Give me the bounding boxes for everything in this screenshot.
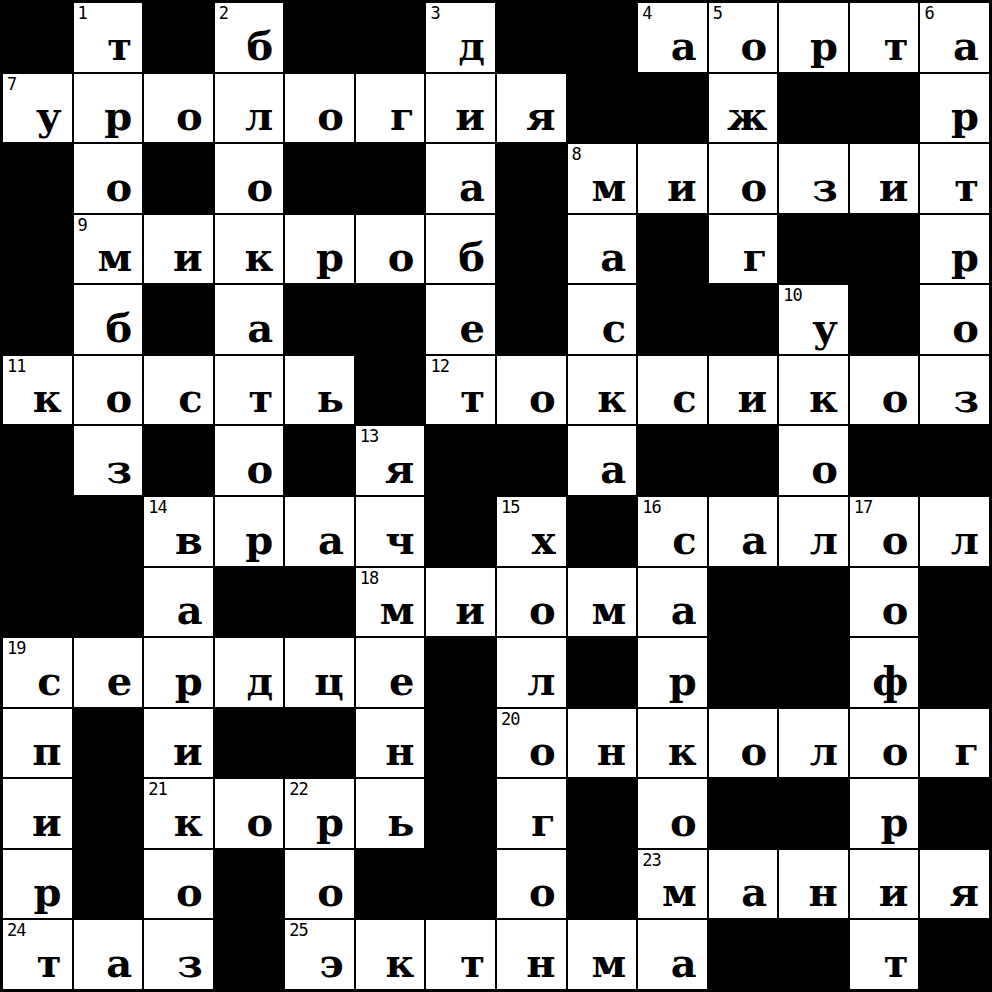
cell-letter: а	[318, 518, 344, 562]
black-cell-r7c8	[497, 426, 566, 495]
cell-letter: ь	[317, 376, 344, 420]
clue-number: 24	[7, 921, 25, 939]
cell-r8c4[interactable]: р	[215, 497, 284, 566]
black-cell-r4c8	[497, 215, 566, 284]
cell-r6c9[interactable]: к	[568, 356, 637, 425]
cell-r13c8[interactable]: о	[497, 850, 566, 919]
cell-r1c4[interactable]: 2б	[215, 3, 284, 72]
black-cell-r13c4	[215, 850, 284, 919]
cell-r2c4[interactable]: л	[215, 74, 284, 143]
black-cell-r14c14	[920, 920, 989, 989]
cell-r14c8[interactable]: н	[497, 920, 566, 989]
cell-r10c8[interactable]: л	[497, 638, 566, 707]
cell-r9c6[interactable]: 18м	[356, 568, 425, 637]
cell-letter: и	[173, 235, 203, 279]
black-cell-r14c12	[779, 920, 848, 989]
black-cell-r3c6	[356, 144, 425, 213]
crossword-board: 1т2б3д4а5орт6а7урологияжрооа8миозит9микр…	[0, 0, 992, 992]
cell-r14c6[interactable]: к	[356, 920, 425, 989]
black-cell-r4c10	[638, 215, 707, 284]
cell-r4c14[interactable]: р	[920, 215, 989, 284]
clue-number: 23	[642, 851, 660, 869]
cell-r9c8[interactable]: о	[497, 568, 566, 637]
black-cell-r13c2	[74, 850, 143, 919]
cell-r14c10[interactable]: а	[638, 920, 707, 989]
black-cell-r5c10	[638, 285, 707, 354]
cell-r8c6[interactable]: ч	[356, 497, 425, 566]
cell-r11c8[interactable]: 20о	[497, 709, 566, 778]
cell-letter: и	[879, 165, 909, 209]
cell-letter: л	[810, 729, 838, 773]
cell-r14c2[interactable]: а	[74, 920, 143, 989]
cell-r12c8[interactable]: г	[497, 779, 566, 848]
cell-letter: о	[882, 729, 909, 773]
cell-r4c11[interactable]: г	[709, 215, 778, 284]
cell-r2c2[interactable]: р	[74, 74, 143, 143]
cell-letter: е	[107, 659, 132, 703]
black-cell-r2c12	[779, 74, 848, 143]
cell-r11c6[interactable]: н	[356, 709, 425, 778]
cell-letter: о	[317, 870, 344, 914]
cell-letter: з	[953, 376, 979, 420]
cell-r12c4[interactable]: о	[215, 779, 284, 848]
cell-r13c14[interactable]: я	[920, 850, 989, 919]
black-cell-r11c4	[215, 709, 284, 778]
cell-letter: а	[741, 518, 767, 562]
cell-r10c4[interactable]: д	[215, 638, 284, 707]
clue-number: 9	[78, 216, 87, 234]
black-cell-r7c10	[638, 426, 707, 495]
cell-r5c12[interactable]: 10у	[779, 285, 848, 354]
cell-letter: о	[529, 870, 556, 914]
cell-r3c2[interactable]: о	[74, 144, 143, 213]
cell-r3c13[interactable]: и	[850, 144, 919, 213]
cell-r13c12[interactable]: н	[779, 850, 848, 919]
clue-number: 3	[430, 4, 439, 22]
cell-r13c11[interactable]: а	[709, 850, 778, 919]
cell-r5c4[interactable]: а	[215, 285, 284, 354]
cell-r2c14[interactable]: р	[920, 74, 989, 143]
cell-r5c7[interactable]: е	[426, 285, 495, 354]
cell-r5c14[interactable]: о	[920, 285, 989, 354]
cell-letter: о	[529, 588, 556, 632]
cell-r7c9[interactable]: а	[568, 426, 637, 495]
cell-r4c2[interactable]: 9м	[74, 215, 143, 284]
cell-letter: р	[316, 235, 344, 279]
cell-r2c5[interactable]: о	[285, 74, 354, 143]
cell-letter: и	[879, 870, 909, 914]
cell-r7c4[interactable]: о	[215, 426, 284, 495]
cell-r1c2[interactable]: 1т	[74, 3, 143, 72]
black-cell-r7c14	[920, 426, 989, 495]
black-cell-r7c1	[3, 426, 72, 495]
cell-r4c5[interactable]: р	[285, 215, 354, 284]
cell-r10c6[interactable]: е	[356, 638, 425, 707]
cell-letter: т	[248, 376, 273, 420]
cell-r11c9[interactable]: н	[568, 709, 637, 778]
cell-r3c11[interactable]: о	[709, 144, 778, 213]
cell-letter: р	[104, 94, 132, 138]
black-cell-r12c9	[568, 779, 637, 848]
cell-letter: т	[884, 24, 909, 68]
cell-letter: ф	[872, 659, 908, 703]
cell-letter: г	[743, 235, 768, 279]
cell-letter: с	[178, 376, 202, 420]
cell-r4c7[interactable]: б	[426, 215, 495, 284]
black-cell-r5c3	[144, 285, 213, 354]
cell-r3c9[interactable]: 8м	[568, 144, 637, 213]
black-cell-r9c14	[920, 568, 989, 637]
cell-r2c3[interactable]: о	[144, 74, 213, 143]
cell-r13c13[interactable]: и	[850, 850, 919, 919]
cell-r9c3[interactable]: а	[144, 568, 213, 637]
cell-r3c12[interactable]: з	[779, 144, 848, 213]
cell-letter: р	[34, 870, 62, 914]
cell-letter: и	[455, 588, 485, 632]
clue-number: 17	[854, 498, 872, 516]
cell-r8c12[interactable]: л	[779, 497, 848, 566]
black-cell-r7c5	[285, 426, 354, 495]
cell-r1c10[interactable]: 4а	[638, 3, 707, 72]
cell-letter: к	[244, 235, 273, 279]
cell-r12c1[interactable]: и	[3, 779, 72, 848]
cell-r6c8[interactable]: о	[497, 356, 566, 425]
cell-r6c4[interactable]: т	[215, 356, 284, 425]
cell-letter: а	[106, 941, 132, 985]
black-cell-r8c9	[568, 497, 637, 566]
cell-letter: к	[33, 376, 62, 420]
cell-r8c5[interactable]: а	[285, 497, 354, 566]
clue-number: 20	[501, 710, 519, 728]
cell-letter: о	[670, 800, 697, 844]
clue-number: 2	[219, 4, 228, 22]
cell-letter: к	[668, 729, 697, 773]
black-cell-r14c11	[709, 920, 778, 989]
black-cell-r7c11	[709, 426, 778, 495]
cell-r4c4[interactable]: к	[215, 215, 284, 284]
cell-r6c7[interactable]: 12т	[426, 356, 495, 425]
cell-letter: л	[245, 94, 273, 138]
cell-letter: н	[526, 941, 555, 985]
black-cell-r3c5	[285, 144, 354, 213]
black-cell-r12c7	[426, 779, 495, 848]
cell-r6c1[interactable]: 11к	[3, 356, 72, 425]
cell-r14c13[interactable]: т	[850, 920, 919, 989]
cell-letter: б	[247, 24, 274, 68]
cell-letter: э	[319, 941, 343, 985]
cell-r3c14[interactable]: т	[920, 144, 989, 213]
cell-letter: х	[532, 518, 556, 562]
cell-r4c6[interactable]: о	[356, 215, 425, 284]
clue-number: 25	[289, 921, 307, 939]
cell-r3c4[interactable]: о	[215, 144, 284, 213]
cell-letter: а	[459, 165, 485, 209]
black-cell-r2c9	[568, 74, 637, 143]
clue-number: 10	[783, 286, 801, 304]
black-cell-r10c14	[920, 638, 989, 707]
cell-letter: о	[388, 235, 415, 279]
cell-r8c13[interactable]: 17о	[850, 497, 919, 566]
black-cell-r10c12	[779, 638, 848, 707]
clue-number: 19	[7, 639, 25, 657]
black-cell-r8c1	[3, 497, 72, 566]
cell-r10c2[interactable]: е	[74, 638, 143, 707]
cell-letter: т	[954, 165, 979, 209]
clue-number: 7	[7, 75, 16, 93]
cell-letter: к	[597, 376, 626, 420]
black-cell-r1c9	[568, 3, 637, 72]
black-cell-r3c3	[144, 144, 213, 213]
black-cell-r8c2	[74, 497, 143, 566]
cell-letter: т	[37, 941, 62, 985]
clue-number: 12	[430, 357, 448, 375]
black-cell-r3c1	[3, 144, 72, 213]
black-cell-r13c7	[426, 850, 495, 919]
clue-number: 14	[148, 498, 166, 516]
cell-letter: м	[97, 235, 132, 279]
cell-r3c7[interactable]: а	[426, 144, 495, 213]
cell-letter: ч	[385, 518, 414, 562]
cell-letter: о	[529, 729, 556, 773]
cell-r10c1[interactable]: 19с	[3, 638, 72, 707]
black-cell-r12c11	[709, 779, 778, 848]
cell-letter: р	[669, 659, 697, 703]
cell-letter: о	[105, 165, 132, 209]
black-cell-r9c2	[74, 568, 143, 637]
cell-letter: к	[809, 376, 838, 420]
black-cell-r8c7	[426, 497, 495, 566]
cell-r8c3[interactable]: 14в	[144, 497, 213, 566]
cell-letter: е	[389, 659, 414, 703]
cell-letter: о	[882, 518, 909, 562]
clue-number: 4	[642, 4, 651, 22]
cell-letter: т	[460, 376, 485, 420]
cell-r14c9[interactable]: м	[568, 920, 637, 989]
black-cell-r7c7	[426, 426, 495, 495]
cell-r6c10[interactable]: с	[638, 356, 707, 425]
cell-letter: м	[380, 588, 415, 632]
cell-r2c8[interactable]: я	[497, 74, 566, 143]
cell-r11c12[interactable]: л	[779, 709, 848, 778]
cell-letter: л	[951, 518, 979, 562]
cell-letter: я	[949, 870, 979, 914]
cell-r5c9[interactable]: с	[568, 285, 637, 354]
black-cell-r5c5	[285, 285, 354, 354]
cell-r1c14[interactable]: 6а	[920, 3, 989, 72]
cell-r9c9[interactable]: м	[568, 568, 637, 637]
cell-r14c1[interactable]: 24т	[3, 920, 72, 989]
cell-r14c3[interactable]: з	[144, 920, 213, 989]
cell-letter: т	[460, 941, 485, 985]
cell-r7c6[interactable]: 13я	[356, 426, 425, 495]
cell-r6c5[interactable]: ь	[285, 356, 354, 425]
cell-letter: ж	[727, 94, 767, 138]
cell-r7c2[interactable]: з	[74, 426, 143, 495]
cell-letter: м	[662, 870, 697, 914]
cell-r12c10[interactable]: о	[638, 779, 707, 848]
black-cell-r11c5	[285, 709, 354, 778]
clue-number: 11	[7, 357, 25, 375]
cell-r14c7[interactable]: т	[426, 920, 495, 989]
cell-r6c12[interactable]: к	[779, 356, 848, 425]
cell-r8c11[interactable]: а	[709, 497, 778, 566]
cell-r14c5[interactable]: 25э	[285, 920, 354, 989]
cell-letter: о	[247, 165, 274, 209]
cell-r11c10[interactable]: к	[638, 709, 707, 778]
cell-letter: а	[953, 24, 979, 68]
cell-r8c10[interactable]: 16с	[638, 497, 707, 566]
cell-letter: о	[811, 447, 838, 491]
cell-letter: а	[600, 235, 626, 279]
cell-letter: ь	[387, 800, 414, 844]
cell-r7c12[interactable]: о	[779, 426, 848, 495]
cell-r10c5[interactable]: ц	[285, 638, 354, 707]
cell-r8c8[interactable]: 15х	[497, 497, 566, 566]
black-cell-r5c6	[356, 285, 425, 354]
cell-letter: и	[667, 165, 697, 209]
cell-letter: и	[455, 94, 485, 138]
cell-letter: з	[177, 941, 203, 985]
cell-r6c14[interactable]: з	[920, 356, 989, 425]
cell-letter: б	[458, 235, 485, 279]
black-cell-r7c3	[144, 426, 213, 495]
black-cell-r12c12	[779, 779, 848, 848]
clue-number: 21	[148, 780, 166, 798]
black-cell-r5c13	[850, 285, 919, 354]
cell-r2c11[interactable]: ж	[709, 74, 778, 143]
cell-letter: о	[176, 94, 203, 138]
cell-r2c7[interactable]: и	[426, 74, 495, 143]
cell-letter: г	[390, 94, 415, 138]
cell-r10c10[interactable]: р	[638, 638, 707, 707]
black-cell-r13c6	[356, 850, 425, 919]
cell-r11c13[interactable]: о	[850, 709, 919, 778]
clue-number: 16	[642, 498, 660, 516]
cell-r4c3[interactable]: и	[144, 215, 213, 284]
cell-r4c9[interactable]: а	[568, 215, 637, 284]
cell-letter: в	[175, 518, 203, 562]
cell-r1c11[interactable]: 5о	[709, 3, 778, 72]
cell-r13c5[interactable]: о	[285, 850, 354, 919]
cell-letter: к	[174, 800, 203, 844]
cell-letter: р	[951, 235, 979, 279]
clue-number: 8	[572, 145, 581, 163]
black-cell-r1c3	[144, 3, 213, 72]
cell-letter: р	[175, 659, 203, 703]
black-cell-r9c11	[709, 568, 778, 637]
cell-r11c3[interactable]: и	[144, 709, 213, 778]
black-cell-r10c11	[709, 638, 778, 707]
cell-letter: о	[741, 24, 768, 68]
cell-letter: а	[247, 306, 273, 350]
cell-r13c10[interactable]: 23м	[638, 850, 707, 919]
cell-letter: о	[952, 306, 979, 350]
cell-letter: к	[386, 941, 415, 985]
cell-letter: р	[810, 24, 838, 68]
cell-r3c10[interactable]: и	[638, 144, 707, 213]
cell-r11c1[interactable]: п	[3, 709, 72, 778]
cell-r12c6[interactable]: ь	[356, 779, 425, 848]
cell-r9c7[interactable]: и	[426, 568, 495, 637]
cell-r11c11[interactable]: о	[709, 709, 778, 778]
cell-letter: а	[741, 870, 767, 914]
cell-r5c2[interactable]: б	[74, 285, 143, 354]
cell-r9c10[interactable]: а	[638, 568, 707, 637]
crossword-page: 1т2б3д4а5орт6а7урологияжрооа8миозит9микр…	[0, 0, 992, 992]
cell-letter: н	[385, 729, 414, 773]
cell-letter: я	[385, 447, 415, 491]
cell-letter: с	[37, 659, 61, 703]
cell-letter: а	[600, 447, 626, 491]
cell-letter: б	[105, 306, 132, 350]
cell-letter: о	[247, 800, 274, 844]
cell-letter: о	[529, 376, 556, 420]
cell-r6c3[interactable]: с	[144, 356, 213, 425]
black-cell-r11c7	[426, 709, 495, 778]
cell-r10c3[interactable]: р	[144, 638, 213, 707]
cell-r8c14[interactable]: л	[920, 497, 989, 566]
black-cell-r10c9	[568, 638, 637, 707]
cell-r11c14[interactable]: г	[920, 709, 989, 778]
cell-letter: о	[741, 729, 768, 773]
black-cell-r4c13	[850, 215, 919, 284]
cell-letter: з	[107, 447, 133, 491]
cell-r6c11[interactable]: и	[709, 356, 778, 425]
cell-letter: т	[107, 24, 132, 68]
black-cell-r11c2	[74, 709, 143, 778]
black-cell-r3c8	[497, 144, 566, 213]
cell-letter: а	[671, 941, 697, 985]
cell-letter: а	[671, 588, 697, 632]
cell-letter: д	[247, 659, 274, 703]
cell-letter: м	[591, 165, 626, 209]
cell-r1c7[interactable]: 3д	[426, 3, 495, 72]
cell-r10c13[interactable]: ф	[850, 638, 919, 707]
black-cell-r4c1	[3, 215, 72, 284]
cell-letter: ц	[314, 659, 344, 703]
cell-r9c13[interactable]: о	[850, 568, 919, 637]
cell-r13c3[interactable]: о	[144, 850, 213, 919]
black-cell-r1c1	[3, 3, 72, 72]
black-cell-r12c14	[920, 779, 989, 848]
cell-r12c3[interactable]: 21к	[144, 779, 213, 848]
cell-letter: у	[36, 94, 62, 138]
cell-letter: л	[527, 659, 555, 703]
cell-r2c1[interactable]: 7у	[3, 74, 72, 143]
cell-r12c13[interactable]: р	[850, 779, 919, 848]
clue-number: 18	[360, 569, 378, 587]
cell-r6c2[interactable]: о	[74, 356, 143, 425]
cell-r12c5[interactable]: 22р	[285, 779, 354, 848]
cell-letter: о	[247, 447, 274, 491]
black-cell-r5c1	[3, 285, 72, 354]
cell-letter: с	[672, 518, 696, 562]
cell-r6c13[interactable]: о	[850, 356, 919, 425]
cell-letter: с	[602, 306, 626, 350]
cell-letter: р	[880, 800, 908, 844]
cell-r13c1[interactable]: р	[3, 850, 72, 919]
clue-number: 5	[713, 4, 722, 22]
cell-r1c12[interactable]: р	[779, 3, 848, 72]
cell-letter: о	[176, 870, 203, 914]
cell-letter: я	[526, 94, 556, 138]
cell-letter: а	[177, 588, 203, 632]
black-cell-r12c2	[74, 779, 143, 848]
black-cell-r4c12	[779, 215, 848, 284]
cell-r1c13[interactable]: т	[850, 3, 919, 72]
cell-r2c6[interactable]: г	[356, 74, 425, 143]
black-cell-r13c9	[568, 850, 637, 919]
